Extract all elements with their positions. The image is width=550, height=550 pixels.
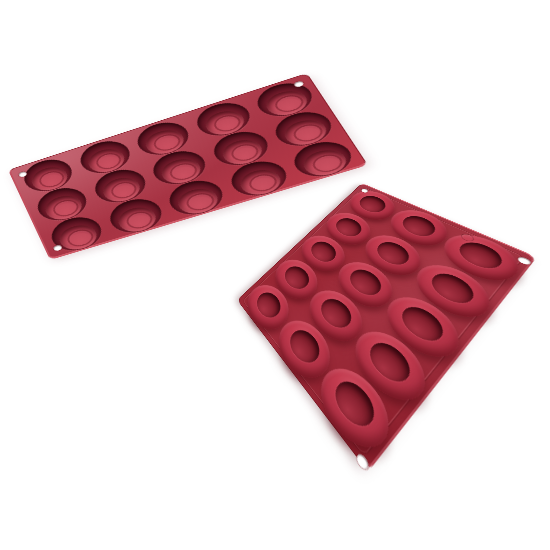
cavity-floor: [114, 203, 162, 236]
ring-recess: [332, 215, 366, 240]
cavity-inner-ring: [228, 141, 262, 164]
ring-recess: [285, 325, 325, 369]
cavity-floor: [55, 221, 101, 254]
cavity-floor: [173, 184, 222, 217]
cavity-inner-ring: [108, 179, 140, 201]
ring-recess: [316, 294, 357, 333]
cavity-inner-ring: [290, 121, 326, 144]
cavity-inner-ring: [123, 209, 155, 231]
ring-grid: [238, 184, 534, 469]
cavity-inner-ring: [309, 152, 346, 175]
ring-recess: [356, 193, 390, 215]
cavity-floor: [298, 146, 352, 180]
cavity-inner-ring: [167, 160, 200, 182]
cavity-inner-ring: [211, 112, 244, 134]
silicone-mold-underside: [237, 183, 537, 472]
cavity-inner-ring: [65, 227, 96, 249]
cavity-inner-ring: [37, 169, 67, 190]
cavity-inner-ring: [51, 197, 81, 219]
ring-recess: [253, 288, 285, 322]
ring-recess: [345, 265, 386, 300]
ring-recess: [372, 238, 414, 269]
ring-recess: [307, 238, 340, 266]
cavity-inner-ring: [151, 132, 183, 154]
product-photo-scene: [0, 0, 550, 550]
cavity-inner-ring: [245, 171, 280, 194]
ring-recess: [281, 262, 314, 293]
cavity-floor: [235, 165, 287, 199]
cavity-inner-ring: [93, 150, 124, 172]
cavity-inner-ring: [272, 92, 307, 114]
ring-recess: [454, 238, 507, 273]
ring-recess: [398, 213, 440, 241]
cavity-inner-ring: [184, 190, 218, 213]
